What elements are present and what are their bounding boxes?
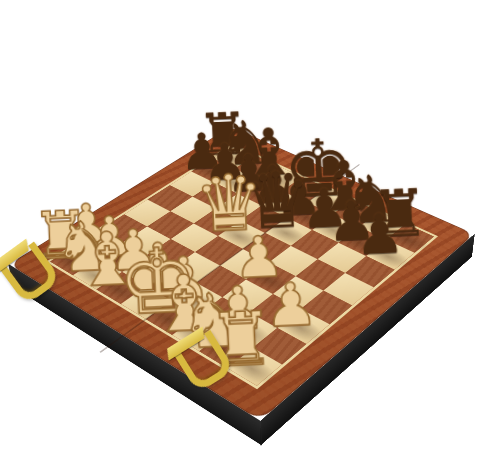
square-e6: ♛ [265, 218, 312, 246]
square-h6 [345, 256, 394, 287]
camera-tilt-wrapper: ♜♞♝♚♝♞♜♟♟♟♟♟♟♟♟♛♛♟♟♟♟♟♟♟♟♜♞♝♚♝♞♜ [0, 0, 500, 451]
square-f7: ♟ [312, 215, 359, 243]
chess-board: ♜♞♝♚♝♞♜♟♟♟♟♟♟♟♟♛♛♟♟♟♟♟♟♟♟♜♞♝♚♝♞♜ [9, 126, 475, 420]
square-a2: ♟ [76, 230, 123, 259]
board-grid: ♜♞♝♚♝♞♜♟♟♟♟♟♟♟♟♛♛♟♟♟♟♟♟♟♟♜♞♝♚♝♞♜ [50, 145, 434, 385]
square-d5: ♛ [218, 220, 265, 249]
piece-shadow [378, 224, 439, 258]
product-photo: ♜♞♝♚♝♞♜♟♟♟♟♟♟♟♟♛♛♟♟♟♟♟♟♟♟♜♞♝♚♝♞♜ [0, 0, 500, 451]
square-f8: ♝ [333, 200, 379, 227]
playing-area-border: ♜♞♝♚♝♞♜♟♟♟♟♟♟♟♟♛♛♟♟♟♟♟♟♟♟♜♞♝♚♝♞♜ [46, 143, 438, 389]
